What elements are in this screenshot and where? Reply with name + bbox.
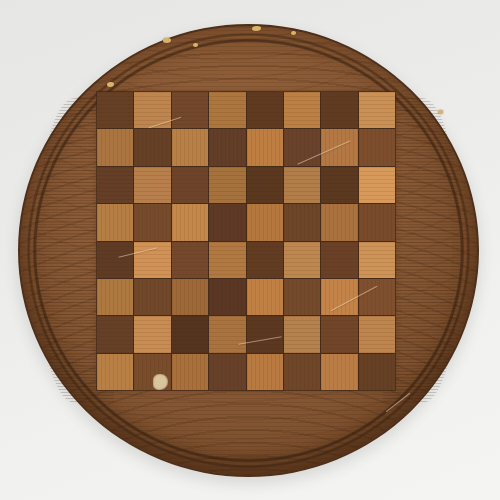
board-square-r7c1: [97, 316, 133, 352]
board-square-r5c2: [134, 242, 170, 278]
board-square-r6c6: [284, 279, 320, 315]
board-square-r7c7: [321, 316, 357, 352]
board-square-r4c1: [97, 204, 133, 240]
board-square-r8c6: [284, 354, 320, 390]
board-square-r4c3: [172, 204, 208, 240]
board-square-r7c5: [247, 316, 283, 352]
board-square-r2c8: [359, 129, 395, 165]
board-square-r8c3: [172, 354, 208, 390]
board-square-r7c3: [172, 316, 208, 352]
board-square-r3c4: [209, 167, 245, 203]
board-square-r5c8: [359, 242, 395, 278]
board-square-r6c4: [209, 279, 245, 315]
board-square-r3c6: [284, 167, 320, 203]
board-square-r5c7: [321, 242, 357, 278]
board-square-r7c8: [359, 316, 395, 352]
board-square-r1c8: [359, 92, 395, 128]
board-square-r4c5: [247, 204, 283, 240]
board-square-r3c3: [172, 167, 208, 203]
board-square-r6c5: [247, 279, 283, 315]
board-square-r4c4: [209, 204, 245, 240]
board-square-r1c6: [284, 92, 320, 128]
board-square-r2c3: [172, 129, 208, 165]
board-square-r7c6: [284, 316, 320, 352]
board-square-r2c1: [97, 129, 133, 165]
board-square-r4c8: [359, 204, 395, 240]
board-square-r7c2: [134, 316, 170, 352]
board-square-r8c8: [359, 354, 395, 390]
board-square-r4c6: [284, 204, 320, 240]
board-square-r6c3: [172, 279, 208, 315]
board-square-r8c1: [97, 354, 133, 390]
board-square-r6c1: [97, 279, 133, 315]
board-square-r6c7: [321, 279, 357, 315]
board-square-r2c2: [134, 129, 170, 165]
board-square-r5c6: [284, 242, 320, 278]
board-square-r2c5: [247, 129, 283, 165]
board-square-r1c7: [321, 92, 357, 128]
board-square-r8c4: [209, 354, 245, 390]
board-square-r6c8: [359, 279, 395, 315]
edge-chip-mark: [438, 110, 443, 114]
board-square-r3c2: [134, 167, 170, 203]
board-square-r3c5: [247, 167, 283, 203]
board-square-r5c4: [209, 242, 245, 278]
photo-backdrop: [0, 0, 500, 500]
board-square-r6c2: [134, 279, 170, 315]
board-square-r1c5: [247, 92, 283, 128]
board-square-r8c7: [321, 354, 357, 390]
checkerboard: [97, 92, 395, 390]
board-square-r5c1: [97, 242, 133, 278]
board-square-r7c4: [209, 316, 245, 352]
board-square-r8c5: [247, 354, 283, 390]
board-square-r1c1: [97, 92, 133, 128]
board-square-r5c3: [172, 242, 208, 278]
board-square-r2c4: [209, 129, 245, 165]
board-square-r4c2: [134, 204, 170, 240]
board-square-r5c5: [247, 242, 283, 278]
board-square-r1c4: [209, 92, 245, 128]
board-square-r4c7: [321, 204, 357, 240]
board-square-r3c7: [321, 167, 357, 203]
board-square-r3c8: [359, 167, 395, 203]
board-square-r2c7: [321, 129, 357, 165]
board-square-r1c3: [172, 92, 208, 128]
board-square-r3c1: [97, 167, 133, 203]
